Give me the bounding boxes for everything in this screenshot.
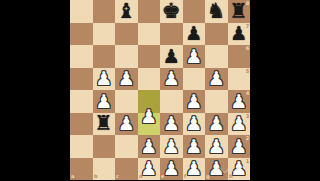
white-pawn[interactable]: ♟ [160, 135, 183, 158]
file-label-a: a [71, 174, 74, 179]
white-pawn[interactable]: ♟ [93, 90, 116, 113]
chess-board[interactable]: ♝♚♞8♜♟7♟♟♟6♟♟♟♟5♟♟4♟♜♟♟♟♟♟3♟♟♟♟♟2♟abcd♟e… [70, 0, 250, 180]
square-b3[interactable]: ♜ [93, 113, 116, 136]
square-h6[interactable]: 6 [228, 45, 251, 68]
square-b7[interactable] [93, 23, 116, 46]
square-d2[interactable]: ♟ [138, 135, 161, 158]
white-pawn[interactable]: ♟ [115, 113, 138, 136]
square-e3[interactable]: ♟ [160, 113, 183, 136]
square-f7[interactable]: ♟ [183, 23, 206, 46]
letterbox-right [250, 0, 320, 180]
square-f6[interactable]: ♟ [183, 45, 206, 68]
white-pawn[interactable]: ♟ [228, 158, 251, 181]
square-g8[interactable]: ♞ [205, 0, 228, 23]
white-pawn[interactable]: ♟ [183, 45, 206, 68]
black-pawn[interactable]: ♟ [160, 45, 183, 68]
square-h8[interactable]: 8♜ [228, 0, 251, 23]
square-h4[interactable]: 4♟ [228, 90, 251, 113]
square-e7[interactable] [160, 23, 183, 46]
square-c1[interactable]: c [115, 158, 138, 181]
square-g7[interactable] [205, 23, 228, 46]
square-f4[interactable]: ♟ [183, 90, 206, 113]
white-pawn[interactable]: ♟ [205, 158, 228, 181]
square-e5[interactable]: ♟ [160, 68, 183, 91]
black-rook[interactable]: ♜ [228, 0, 251, 23]
square-c5[interactable]: ♟ [115, 68, 138, 91]
white-pawn[interactable]: ♟ [183, 135, 206, 158]
white-pawn[interactable]: ♟ [183, 158, 206, 181]
square-g4[interactable] [205, 90, 228, 113]
white-pawn[interactable]: ♟ [138, 135, 161, 158]
square-b6[interactable] [93, 45, 116, 68]
square-b8[interactable] [93, 0, 116, 23]
square-d8[interactable] [138, 0, 161, 23]
square-e6[interactable]: ♟ [160, 45, 183, 68]
black-rook[interactable]: ♜ [93, 113, 116, 136]
square-h7[interactable]: 7♟ [228, 23, 251, 46]
black-knight[interactable]: ♞ [205, 0, 228, 23]
white-pawn[interactable]: ♟ [138, 158, 161, 181]
square-e2[interactable]: ♟ [160, 135, 183, 158]
white-pawn[interactable]: ♟ [228, 113, 251, 136]
square-b5[interactable]: ♟ [93, 68, 116, 91]
square-d1[interactable]: d♟ [138, 158, 161, 181]
black-pawn[interactable]: ♟ [183, 23, 206, 46]
file-label-b: b [94, 174, 98, 179]
square-f2[interactable]: ♟ [183, 135, 206, 158]
white-pawn[interactable]: ♟ [205, 113, 228, 136]
white-pawn[interactable]: ♟ [183, 90, 206, 113]
square-c3[interactable]: ♟ [115, 113, 138, 136]
square-g2[interactable]: ♟ [205, 135, 228, 158]
square-a7[interactable] [70, 23, 93, 46]
square-e1[interactable]: e♟ [160, 158, 183, 181]
square-e4[interactable] [160, 90, 183, 113]
white-pawn[interactable]: ♟ [138, 106, 161, 129]
square-g6[interactable] [205, 45, 228, 68]
black-bishop[interactable]: ♝ [115, 0, 138, 23]
square-h5[interactable]: 5 [228, 68, 251, 91]
square-d6[interactable] [138, 45, 161, 68]
rank-label-6: 6 [245, 46, 249, 51]
white-pawn[interactable]: ♟ [228, 90, 251, 113]
white-pawn[interactable]: ♟ [228, 135, 251, 158]
white-pawn[interactable]: ♟ [183, 113, 206, 136]
square-c8[interactable]: ♝ [115, 0, 138, 23]
white-pawn[interactable]: ♟ [160, 158, 183, 181]
square-g5[interactable]: ♟ [205, 68, 228, 91]
black-pawn[interactable]: ♟ [228, 23, 251, 46]
square-e8[interactable]: ♚ [160, 0, 183, 23]
square-g1[interactable]: g♟ [205, 158, 228, 181]
white-pawn[interactable]: ♟ [93, 68, 116, 91]
square-g3[interactable]: ♟ [205, 113, 228, 136]
file-label-c: c [116, 174, 119, 179]
square-a4[interactable] [70, 90, 93, 113]
square-f3[interactable]: ♟ [183, 113, 206, 136]
square-h2[interactable]: 2♟ [228, 135, 251, 158]
square-f1[interactable]: f♟ [183, 158, 206, 181]
square-a8[interactable] [70, 0, 93, 23]
square-a6[interactable] [70, 45, 93, 68]
square-b1[interactable]: b [93, 158, 116, 181]
square-f8[interactable] [183, 0, 206, 23]
white-pawn[interactable]: ♟ [115, 68, 138, 91]
white-pawn[interactable]: ♟ [160, 113, 183, 136]
square-h1[interactable]: 1h♟ [228, 158, 251, 181]
square-h3[interactable]: 3♟ [228, 113, 251, 136]
square-d3[interactable]: ♟ [138, 113, 161, 136]
white-pawn[interactable]: ♟ [205, 135, 228, 158]
video-frame: ♝♚♞8♜♟7♟♟♟6♟♟♟♟5♟♟4♟♜♟♟♟♟♟3♟♟♟♟♟2♟abcd♟e… [0, 0, 320, 180]
square-c4[interactable] [115, 90, 138, 113]
letterbox-left [0, 0, 70, 180]
square-b4[interactable]: ♟ [93, 90, 116, 113]
square-f5[interactable] [183, 68, 206, 91]
square-c6[interactable] [115, 45, 138, 68]
square-c7[interactable] [115, 23, 138, 46]
square-a1[interactable]: a [70, 158, 93, 181]
rank-label-5: 5 [245, 69, 249, 74]
square-b2[interactable] [93, 135, 116, 158]
square-c2[interactable] [115, 135, 138, 158]
square-d7[interactable] [138, 23, 161, 46]
white-pawn[interactable]: ♟ [205, 68, 228, 91]
square-a3[interactable] [70, 113, 93, 136]
black-king[interactable]: ♚ [160, 0, 183, 23]
white-pawn[interactable]: ♟ [160, 68, 183, 91]
square-a2[interactable] [70, 135, 93, 158]
square-a5[interactable] [70, 68, 93, 91]
square-d5[interactable] [138, 68, 161, 91]
